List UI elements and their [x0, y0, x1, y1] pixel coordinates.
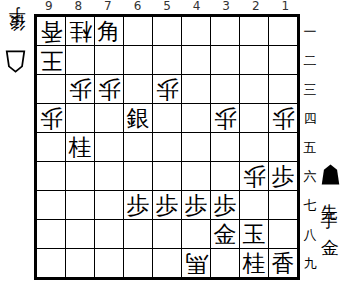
cell-93[interactable] — [37, 75, 65, 103]
cell-75[interactable] — [95, 133, 123, 161]
rank-labels: 一二三四五六七八九 — [302, 17, 318, 278]
rank-label-7: 七 — [302, 191, 318, 220]
file-label-9: 9 — [34, 0, 64, 13]
cell-25[interactable] — [240, 133, 268, 161]
piece-sente-玉-28[interactable]: 玉 — [243, 223, 266, 246]
piece-sente-角-71[interactable]: 角 — [98, 20, 121, 43]
cell-23[interactable] — [240, 75, 268, 103]
file-label-8: 8 — [64, 0, 94, 13]
file-label-5: 5 — [152, 0, 182, 13]
shogi-diagram: 987654321 香桂角王歩歩歩歩銀歩歩桂歩歩歩歩歩歩金玉馬桂香 一二三四五六… — [0, 0, 343, 281]
cell-94[interactable]: 歩 — [37, 104, 65, 132]
gote-player-name: 後手 — [5, 28, 28, 46]
piece-gote-歩-53[interactable]: 歩 — [156, 78, 179, 101]
cell-49[interactable]: 馬 — [182, 249, 210, 277]
cell-19[interactable]: 香 — [269, 249, 297, 277]
cell-58[interactable] — [153, 220, 181, 248]
piece-sente-桂-85[interactable]: 桂 — [69, 136, 92, 159]
cell-54[interactable] — [153, 104, 181, 132]
cell-42[interactable] — [182, 46, 210, 74]
piece-gote-桂-81[interactable]: 桂 — [69, 20, 92, 43]
cell-82[interactable] — [66, 46, 94, 74]
cell-56[interactable] — [153, 162, 181, 190]
cell-65[interactable] — [124, 133, 152, 161]
rank-label-9: 九 — [302, 249, 318, 278]
piece-sente-金-38[interactable]: 金 — [214, 223, 237, 246]
cell-45[interactable] — [182, 133, 210, 161]
cell-39[interactable] — [211, 249, 239, 277]
cell-91[interactable]: 香 — [37, 17, 65, 45]
cell-98[interactable] — [37, 220, 65, 248]
piece-gote-歩-26[interactable]: 歩 — [243, 165, 266, 188]
cell-12[interactable] — [269, 46, 297, 74]
cell-99[interactable] — [37, 249, 65, 277]
cell-32[interactable] — [211, 46, 239, 74]
file-labels: 987654321 — [34, 0, 300, 13]
cell-76[interactable] — [95, 162, 123, 190]
cell-29[interactable]: 桂 — [240, 249, 268, 277]
cell-73[interactable]: 歩 — [95, 75, 123, 103]
cell-62[interactable] — [124, 46, 152, 74]
cell-84[interactable] — [66, 104, 94, 132]
cell-61[interactable] — [124, 17, 152, 45]
cell-34[interactable]: 歩 — [211, 104, 239, 132]
cell-35[interactable] — [211, 133, 239, 161]
cell-43[interactable] — [182, 75, 210, 103]
piece-gote-歩-94[interactable]: 歩 — [40, 107, 63, 130]
rank-label-4: 四 — [302, 104, 318, 133]
cell-85[interactable]: 桂 — [66, 133, 94, 161]
cell-31[interactable] — [211, 17, 239, 45]
cell-26[interactable]: 歩 — [240, 162, 268, 190]
gote-player-panel: 後手 銀 — [3, 12, 29, 73]
piece-gote-歩-83[interactable]: 歩 — [69, 78, 92, 101]
cell-89[interactable] — [66, 249, 94, 277]
cell-52[interactable] — [153, 46, 181, 74]
cell-48[interactable] — [182, 220, 210, 248]
piece-gote-歩-73[interactable]: 歩 — [98, 78, 121, 101]
cell-68[interactable] — [124, 220, 152, 248]
file-label-6: 6 — [123, 0, 153, 13]
cell-87[interactable] — [66, 191, 94, 219]
cell-51[interactable] — [153, 17, 181, 45]
cell-92[interactable]: 王 — [37, 46, 65, 74]
cell-88[interactable] — [66, 220, 94, 248]
cell-96[interactable] — [37, 162, 65, 190]
sente-player-panel: 先手 金 — [317, 163, 343, 224]
piece-sente-歩-47[interactable]: 歩 — [185, 194, 208, 217]
file-label-1: 1 — [271, 0, 301, 13]
cell-24[interactable] — [240, 104, 268, 132]
board: 香桂角王歩歩歩歩銀歩歩桂歩歩歩歩歩歩金玉馬桂香 — [34, 14, 300, 280]
cell-16[interactable]: 歩 — [269, 162, 297, 190]
cell-15[interactable] — [269, 133, 297, 161]
cell-97[interactable] — [37, 191, 65, 219]
cell-72[interactable] — [95, 46, 123, 74]
cell-78[interactable] — [95, 220, 123, 248]
piece-sente-桂-29[interactable]: 桂 — [243, 252, 266, 275]
piece-gote-王-92[interactable]: 王 — [40, 49, 63, 72]
rank-label-8: 八 — [302, 220, 318, 249]
piece-sente-銀-64[interactable]: 銀 — [127, 107, 150, 130]
cell-63[interactable] — [124, 75, 152, 103]
cell-41[interactable] — [182, 17, 210, 45]
piece-sente-香-19[interactable]: 香 — [272, 252, 295, 275]
piece-sente-歩-37[interactable]: 歩 — [214, 194, 237, 217]
cell-81[interactable]: 桂 — [66, 17, 94, 45]
cell-21[interactable] — [240, 17, 268, 45]
file-label-2: 2 — [241, 0, 271, 13]
cell-44[interactable] — [182, 104, 210, 132]
rank-label-5: 五 — [302, 133, 318, 162]
file-label-3: 3 — [211, 0, 241, 13]
cell-53[interactable]: 歩 — [153, 75, 181, 103]
cell-37[interactable]: 歩 — [211, 191, 239, 219]
cell-28[interactable]: 玉 — [240, 220, 268, 248]
rank-label-3: 三 — [302, 75, 318, 104]
cell-46[interactable] — [182, 162, 210, 190]
cell-14[interactable]: 歩 — [269, 104, 297, 132]
rank-label-2: 二 — [302, 46, 318, 75]
cell-67[interactable]: 歩 — [124, 191, 152, 219]
cell-86[interactable] — [66, 162, 94, 190]
file-label-7: 7 — [93, 0, 123, 13]
sente-koma-icon — [320, 163, 341, 186]
cell-27[interactable] — [240, 191, 268, 219]
piece-gote-馬-49[interactable]: 馬 — [185, 252, 208, 275]
file-label-4: 4 — [182, 0, 212, 13]
cell-17[interactable] — [269, 191, 297, 219]
cell-33[interactable] — [211, 75, 239, 103]
cell-59[interactable] — [153, 249, 181, 277]
piece-gote-香-91[interactable]: 香 — [40, 20, 63, 43]
cell-36[interactable] — [211, 162, 239, 190]
cell-95[interactable] — [37, 133, 65, 161]
cell-38[interactable]: 金 — [211, 220, 239, 248]
cell-18[interactable] — [269, 220, 297, 248]
cell-22[interactable] — [240, 46, 268, 74]
piece-sente-歩-16[interactable]: 歩 — [272, 165, 295, 188]
cell-79[interactable] — [95, 249, 123, 277]
cell-64[interactable]: 銀 — [124, 104, 152, 132]
piece-sente-歩-57[interactable]: 歩 — [156, 194, 179, 217]
cell-83[interactable]: 歩 — [66, 75, 94, 103]
gote-koma-icon — [6, 50, 27, 73]
piece-gote-歩-14[interactable]: 歩 — [272, 107, 295, 130]
cell-11[interactable] — [269, 17, 297, 45]
cell-77[interactable] — [95, 191, 123, 219]
cell-74[interactable] — [95, 104, 123, 132]
rank-label-6: 六 — [302, 162, 318, 191]
cell-71[interactable]: 角 — [95, 17, 123, 45]
cell-57[interactable]: 歩 — [153, 191, 181, 219]
cell-69[interactable] — [124, 249, 152, 277]
cell-47[interactable]: 歩 — [182, 191, 210, 219]
cell-55[interactable] — [153, 133, 181, 161]
piece-sente-歩-67[interactable]: 歩 — [127, 194, 150, 217]
rank-label-1: 一 — [302, 17, 318, 46]
piece-gote-歩-34[interactable]: 歩 — [214, 107, 237, 130]
cell-13[interactable] — [269, 75, 297, 103]
sente-player-name: 先手 — [319, 190, 342, 208]
cell-66[interactable] — [124, 162, 152, 190]
